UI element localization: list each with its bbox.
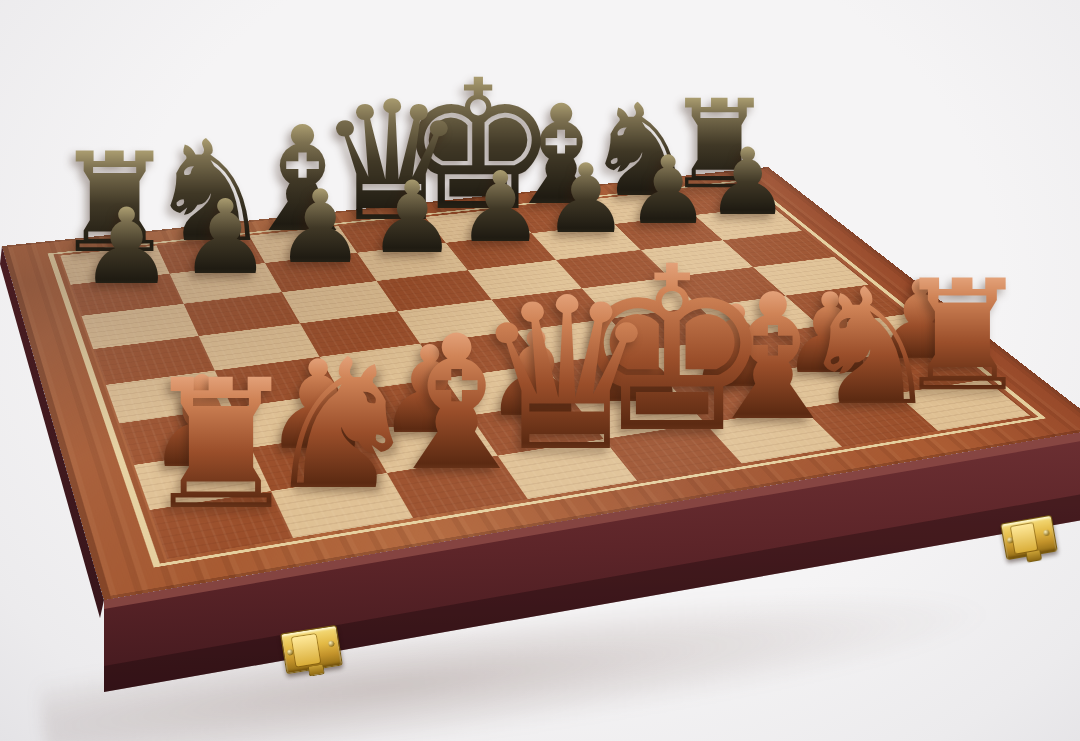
piece-black-pawn-c7: ♟ bbox=[275, 177, 366, 278]
piece-black-pawn-b7: ♟ bbox=[179, 186, 271, 289]
piece-black-pawn-a7: ♟ bbox=[80, 196, 174, 301]
latch-screw bbox=[328, 640, 335, 647]
piece-black-pawn-e7: ♟ bbox=[457, 160, 544, 257]
piece-black-pawn-h7: ♟ bbox=[706, 136, 789, 229]
chess-set-photo: ♜♞♝♛♚♝♞♜♟♟♟♟♟♟♟♟♟♟♟♟♟♟♟♟♜♞♝♛♚♝♞♜ bbox=[0, 0, 1080, 741]
piece-white-rook-a1: ♜ bbox=[141, 356, 301, 535]
piece-black-pawn-d7: ♟ bbox=[368, 168, 457, 267]
latch-screw bbox=[1043, 529, 1050, 536]
latch-screw bbox=[1007, 537, 1014, 544]
